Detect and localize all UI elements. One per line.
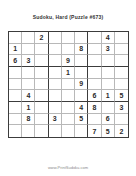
sudoku-cell-r2c9: [115, 44, 128, 56]
sudoku-cell-r9c5: [62, 125, 75, 137]
sudoku-cell-r6c3: [35, 90, 48, 102]
sudoku-cell-r7c9: 3: [115, 102, 128, 114]
sudoku-cell-r7c1: [9, 102, 22, 114]
sudoku-cell-r3c9: [115, 55, 128, 67]
sudoku-cell-r5c2: [22, 79, 35, 91]
sudoku-cell-r9c9: 2: [115, 125, 128, 137]
sudoku-cell-r2c4: [49, 44, 62, 56]
sudoku-cell-r9c4: [49, 125, 62, 137]
sudoku-cell-r1c7: [88, 32, 101, 44]
sudoku-cell-r6c5: [62, 90, 75, 102]
sudoku-cell-r4c4: [49, 67, 62, 79]
sudoku-cell-r6c4: [49, 90, 62, 102]
sudoku-cell-r1c9: [115, 32, 128, 44]
sudoku-cell-r1c4: [49, 32, 62, 44]
sudoku-cell-r6c1: [9, 90, 22, 102]
sudoku-cell-r7c7: 8: [88, 102, 101, 114]
sudoku-cell-r1c5: [62, 32, 75, 44]
sudoku-cell-r6c2: 4: [22, 90, 35, 102]
sudoku-cell-r3c2: 3: [22, 55, 35, 67]
footer-url: www.PrintSudoku.com: [0, 165, 136, 170]
sudoku-cell-r6c7: 6: [88, 90, 101, 102]
sudoku-cell-r7c4: [49, 102, 62, 114]
sudoku-cell-r1c6: [75, 32, 88, 44]
sudoku-cell-r6c6: [75, 90, 88, 102]
sudoku-cell-r8c6: 5: [75, 114, 88, 126]
sudoku-cell-r8c3: [35, 114, 48, 126]
sudoku-cell-r9c2: [22, 125, 35, 137]
sudoku-cell-r4c3: [35, 67, 48, 79]
sudoku-cell-r5c1: [9, 79, 22, 91]
sudoku-cell-r5c8: [102, 79, 115, 91]
sudoku-cell-r7c2: 1: [22, 102, 35, 114]
sudoku-cell-r2c3: [35, 44, 48, 56]
sudoku-cell-r9c7: 7: [88, 125, 101, 137]
sudoku-cell-r5c9: [115, 79, 128, 91]
sudoku-cell-r2c1: 1: [9, 44, 22, 56]
sudoku-cell-r1c1: [9, 32, 22, 44]
sudoku-cell-r8c9: [115, 114, 128, 126]
sudoku-cell-r5c6: 9: [75, 79, 88, 91]
sudoku-cell-r9c6: [75, 125, 88, 137]
sudoku-cell-r9c8: 5: [102, 125, 115, 137]
sudoku-cell-r2c5: [62, 44, 75, 56]
sudoku-cell-r4c7: [88, 67, 101, 79]
sudoku-cell-r7c3: [35, 102, 48, 114]
sudoku-cell-r5c5: [62, 79, 75, 91]
sudoku-cell-r4c1: [9, 67, 22, 79]
sudoku-cell-r5c7: [88, 79, 101, 91]
sudoku-cell-r4c5: 1: [62, 67, 75, 79]
sudoku-cell-r9c3: [35, 125, 48, 137]
sudoku-cell-r2c8: 3: [102, 44, 115, 56]
sudoku-cell-r4c2: [22, 67, 35, 79]
sudoku-cell-r6c8: 1: [102, 90, 115, 102]
puzzle-title: Sudoku, Hard (Puzzle #673): [0, 14, 136, 20]
sudoku-cell-r8c1: [9, 114, 22, 126]
sudoku-cell-r3c7: [88, 55, 101, 67]
sudoku-page: Sudoku, Hard (Puzzle #673) 2418363919461…: [0, 0, 136, 176]
sudoku-cell-r4c8: [102, 67, 115, 79]
sudoku-cell-r2c2: [22, 44, 35, 56]
sudoku-cell-r8c5: [62, 114, 75, 126]
sudoku-cell-r8c4: 3: [49, 114, 62, 126]
sudoku-cell-r7c6: 4: [75, 102, 88, 114]
sudoku-cell-r8c2: 8: [22, 114, 35, 126]
sudoku-cell-r2c6: 8: [75, 44, 88, 56]
sudoku-cell-r6c9: 5: [115, 90, 128, 102]
sudoku-cell-r7c5: [62, 102, 75, 114]
sudoku-board: 2418363919461514838356752: [8, 31, 129, 138]
sudoku-cell-r1c2: [22, 32, 35, 44]
sudoku-cell-r1c3: 2: [35, 32, 48, 44]
sudoku-cell-r5c3: [35, 79, 48, 91]
sudoku-cell-r3c8: [102, 55, 115, 67]
sudoku-cell-r3c1: 6: [9, 55, 22, 67]
sudoku-cell-r4c6: [75, 67, 88, 79]
sudoku-cell-r2c7: [88, 44, 101, 56]
sudoku-cell-r1c8: 4: [102, 32, 115, 44]
sudoku-cell-r3c6: [75, 55, 88, 67]
sudoku-cell-r3c3: [35, 55, 48, 67]
sudoku-cell-r7c8: [102, 102, 115, 114]
sudoku-cell-r4c9: [115, 67, 128, 79]
sudoku-cell-r5c4: [49, 79, 62, 91]
sudoku-cell-r3c5: 9: [62, 55, 75, 67]
sudoku-cell-r3c4: [49, 55, 62, 67]
sudoku-cell-r8c7: [88, 114, 101, 126]
sudoku-cell-r8c8: 6: [102, 114, 115, 126]
sudoku-cell-r9c1: [9, 125, 22, 137]
